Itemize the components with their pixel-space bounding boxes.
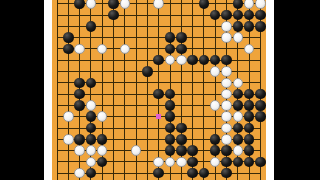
white-stone[interactable] (233, 111, 244, 122)
black-stone[interactable] (255, 89, 266, 100)
grid-line-vertical (68, 0, 69, 180)
white-stone[interactable] (233, 145, 244, 156)
white-stone[interactable] (176, 157, 187, 168)
white-stone[interactable] (233, 78, 244, 89)
black-stone[interactable] (86, 21, 97, 32)
black-stone[interactable] (255, 111, 266, 122)
black-stone[interactable] (244, 134, 255, 145)
white-stone[interactable] (233, 32, 244, 43)
black-stone[interactable] (244, 100, 255, 111)
black-stone[interactable] (221, 10, 232, 21)
black-stone[interactable] (176, 145, 187, 156)
black-stone[interactable] (86, 134, 97, 145)
black-stone[interactable] (108, 10, 119, 21)
black-stone[interactable] (255, 157, 266, 168)
grid-line-vertical (124, 0, 125, 180)
white-stone[interactable] (221, 134, 232, 145)
black-stone[interactable] (63, 44, 74, 55)
black-stone[interactable] (165, 32, 176, 43)
black-stone[interactable] (187, 145, 198, 156)
black-stone[interactable] (233, 100, 244, 111)
black-stone[interactable] (255, 10, 266, 21)
black-stone[interactable] (142, 66, 153, 77)
black-stone[interactable] (176, 44, 187, 55)
white-stone[interactable] (153, 157, 164, 168)
white-stone[interactable] (86, 145, 97, 156)
white-stone[interactable] (221, 111, 232, 122)
white-stone[interactable] (63, 111, 74, 122)
white-stone[interactable] (221, 78, 232, 89)
board-mat-left (44, 0, 52, 180)
black-stone[interactable] (187, 157, 198, 168)
white-stone[interactable] (74, 145, 85, 156)
black-stone[interactable] (255, 21, 266, 32)
white-stone[interactable] (255, 0, 266, 9)
white-stone[interactable] (86, 100, 97, 111)
black-stone[interactable] (210, 134, 221, 145)
white-stone[interactable] (74, 44, 85, 55)
grid-line-vertical (203, 0, 204, 180)
black-stone[interactable] (97, 134, 108, 145)
board-mat-right (266, 0, 274, 180)
black-stone[interactable] (74, 100, 85, 111)
white-stone[interactable] (176, 55, 187, 66)
grid-line-vertical (57, 0, 58, 180)
go-app-window (0, 0, 320, 180)
black-stone[interactable] (233, 134, 244, 145)
white-stone[interactable] (221, 66, 232, 77)
black-stone[interactable] (86, 111, 97, 122)
black-stone[interactable] (221, 157, 232, 168)
black-stone[interactable] (244, 21, 255, 32)
black-stone[interactable] (233, 21, 244, 32)
black-stone[interactable] (165, 134, 176, 145)
white-stone[interactable] (63, 134, 74, 145)
go-board[interactable] (52, 0, 266, 180)
white-stone[interactable] (221, 123, 232, 134)
white-stone[interactable] (221, 100, 232, 111)
black-stone[interactable] (74, 134, 85, 145)
black-stone[interactable] (165, 100, 176, 111)
black-stone[interactable] (108, 0, 119, 9)
black-stone[interactable] (63, 32, 74, 43)
last-move-marker (156, 114, 162, 120)
black-stone[interactable] (74, 78, 85, 89)
black-stone[interactable] (165, 145, 176, 156)
white-stone[interactable] (210, 100, 221, 111)
black-stone[interactable] (176, 123, 187, 134)
grid-line-horizontal (57, 48, 261, 49)
grid-line-vertical (147, 0, 148, 180)
grid-line-vertical (113, 0, 114, 180)
white-stone[interactable] (221, 32, 232, 43)
black-stone[interactable] (255, 100, 266, 111)
black-stone[interactable] (176, 134, 187, 145)
black-stone[interactable] (176, 32, 187, 43)
black-stone[interactable] (221, 145, 232, 156)
white-stone[interactable] (221, 89, 232, 100)
white-stone[interactable] (221, 21, 232, 32)
